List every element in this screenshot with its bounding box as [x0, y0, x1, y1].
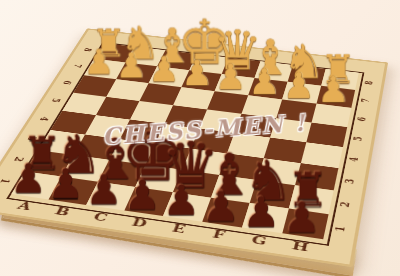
light-pawn-h7[interactable]: ♟	[296, 72, 370, 108]
dark-pawn-h1[interactable]: ♟	[258, 197, 345, 239]
square-h1[interactable]: ♟	[282, 209, 328, 240]
board-corner	[319, 239, 353, 264]
chess-board: ABCDEFGH8♜♞♝♚♛♝♞♜87♟♟♟♟♟♟♟♟7665544332♜♞♝…	[0, 28, 388, 267]
chess-set-photo: ABCDEFGH8♜♞♝♚♛♝♞♜87♟♟♟♟♟♟♟♟7665544332♜♞♝…	[0, 0, 400, 276]
